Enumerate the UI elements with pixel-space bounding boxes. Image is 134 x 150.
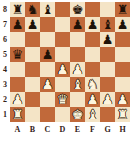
square-e5[interactable]: [70, 47, 85, 62]
square-e8[interactable]: ♚: [70, 2, 85, 17]
square-c3[interactable]: ♟: [40, 77, 55, 92]
white-pawn: ♟: [87, 92, 99, 107]
file-label-d: D: [55, 122, 70, 138]
black-pawn: ♟: [87, 17, 99, 32]
square-g3[interactable]: [100, 77, 115, 92]
square-a6[interactable]: [10, 32, 25, 47]
square-c1[interactable]: [40, 107, 55, 122]
file-label-a: A: [10, 122, 25, 138]
square-c5[interactable]: ♟: [40, 47, 55, 62]
white-knight: ♞: [87, 77, 99, 92]
black-knight: ♞: [27, 2, 39, 17]
white-pawn: ♟: [72, 62, 84, 77]
black-rook: ♜: [117, 2, 129, 17]
square-a7[interactable]: ♟: [10, 17, 25, 32]
square-h3[interactable]: [115, 77, 130, 92]
file-label-f: F: [85, 122, 100, 138]
square-h2[interactable]: ♟: [115, 92, 130, 107]
square-h4[interactable]: [115, 62, 130, 77]
square-h8[interactable]: ♜: [115, 2, 130, 17]
square-c6[interactable]: [40, 32, 55, 47]
square-a5[interactable]: ♛: [10, 47, 25, 62]
rank-label-2: 2: [0, 92, 10, 107]
square-b4[interactable]: [25, 62, 40, 77]
black-bishop: ♝: [42, 2, 54, 17]
square-d1[interactable]: [55, 107, 70, 122]
square-d8[interactable]: [55, 2, 70, 17]
square-g2[interactable]: ♟: [100, 92, 115, 107]
white-pawn: ♟: [117, 92, 129, 107]
square-h6[interactable]: [115, 32, 130, 47]
square-d2[interactable]: ♛: [55, 92, 70, 107]
chess-board: 8♜♞♝♚♜7♟♟♟♟♝♟6♟5♛♟4♟♟3♟♝♞2♟♛♟♟♟1♜♚♝♜ABCD…: [0, 2, 130, 138]
white-pawn: ♟: [57, 62, 69, 77]
square-b7[interactable]: ♟: [25, 17, 40, 32]
square-f1[interactable]: ♝: [85, 107, 100, 122]
square-d7[interactable]: [55, 17, 70, 32]
file-label-g: G: [100, 122, 115, 138]
square-f3[interactable]: ♞: [85, 77, 100, 92]
square-a8[interactable]: ♜: [10, 2, 25, 17]
rank-label-3: 3: [0, 77, 10, 92]
square-f2[interactable]: ♟: [85, 92, 100, 107]
black-pawn: ♟: [102, 32, 114, 47]
square-d3[interactable]: [55, 77, 70, 92]
file-label-c: C: [40, 122, 55, 138]
black-bishop: ♝: [102, 17, 114, 32]
square-a4[interactable]: [10, 62, 25, 77]
square-b3[interactable]: [25, 77, 40, 92]
square-a2[interactable]: ♟: [10, 92, 25, 107]
square-b2[interactable]: [25, 92, 40, 107]
square-b6[interactable]: [25, 32, 40, 47]
square-d4[interactable]: ♟: [55, 62, 70, 77]
square-h7[interactable]: ♟: [115, 17, 130, 32]
rank-label-1: 1: [0, 107, 10, 122]
square-c4[interactable]: [40, 62, 55, 77]
square-h1[interactable]: ♜: [115, 107, 130, 122]
rank-label-6: 6: [0, 32, 10, 47]
square-g4[interactable]: [100, 62, 115, 77]
square-g7[interactable]: ♝: [100, 17, 115, 32]
black-pawn: ♟: [72, 17, 84, 32]
square-c7[interactable]: [40, 17, 55, 32]
black-king: ♚: [72, 2, 84, 17]
rank-label-5: 5: [0, 47, 10, 62]
black-rook: ♜: [12, 2, 24, 17]
rank-label-8: 8: [0, 2, 10, 17]
square-g1[interactable]: [100, 107, 115, 122]
white-rook: ♜: [12, 107, 24, 122]
square-e2[interactable]: [70, 92, 85, 107]
square-d6[interactable]: [55, 32, 70, 47]
white-rook: ♜: [117, 107, 129, 122]
square-f5[interactable]: [85, 47, 100, 62]
square-c8[interactable]: ♝: [40, 2, 55, 17]
white-pawn: ♟: [102, 92, 114, 107]
white-pawn: ♟: [12, 92, 24, 107]
black-pawn: ♟: [117, 17, 129, 32]
rank-label-4: 4: [0, 62, 10, 77]
square-e7[interactable]: ♟: [70, 17, 85, 32]
black-queen: ♛: [12, 47, 24, 62]
square-f4[interactable]: [85, 62, 100, 77]
file-label-b: B: [25, 122, 40, 138]
white-bishop: ♝: [87, 107, 99, 122]
square-e1[interactable]: ♚: [70, 107, 85, 122]
white-bishop: ♝: [72, 77, 84, 92]
black-pawn: ♟: [12, 17, 24, 32]
square-b8[interactable]: ♞: [25, 2, 40, 17]
square-g8[interactable]: [100, 2, 115, 17]
rank-label-7: 7: [0, 17, 10, 32]
black-pawn: ♟: [42, 47, 54, 62]
square-a3[interactable]: [10, 77, 25, 92]
board-corner-spacer: [0, 122, 10, 138]
square-e3[interactable]: ♝: [70, 77, 85, 92]
white-queen: ♛: [57, 92, 69, 107]
black-pawn: ♟: [27, 17, 39, 32]
square-h5[interactable]: [115, 47, 130, 62]
square-c2[interactable]: [40, 92, 55, 107]
square-b5[interactable]: [25, 47, 40, 62]
square-f7[interactable]: ♟: [85, 17, 100, 32]
square-f8[interactable]: [85, 2, 100, 17]
square-a1[interactable]: ♜: [10, 107, 25, 122]
white-king: ♚: [72, 107, 84, 122]
square-e4[interactable]: ♟: [70, 62, 85, 77]
square-b1[interactable]: [25, 107, 40, 122]
square-g6[interactable]: ♟: [100, 32, 115, 47]
white-pawn: ♟: [42, 77, 54, 92]
square-d5[interactable]: [55, 47, 70, 62]
chess-diagram: 8♜♞♝♚♜7♟♟♟♟♝♟6♟5♛♟4♟♟3♟♝♞2♟♛♟♟♟1♜♚♝♜ABCD…: [0, 0, 134, 150]
file-label-h: H: [115, 122, 130, 138]
square-e6[interactable]: [70, 32, 85, 47]
square-g5[interactable]: [100, 47, 115, 62]
file-label-e: E: [70, 122, 85, 138]
square-f6[interactable]: [85, 32, 100, 47]
